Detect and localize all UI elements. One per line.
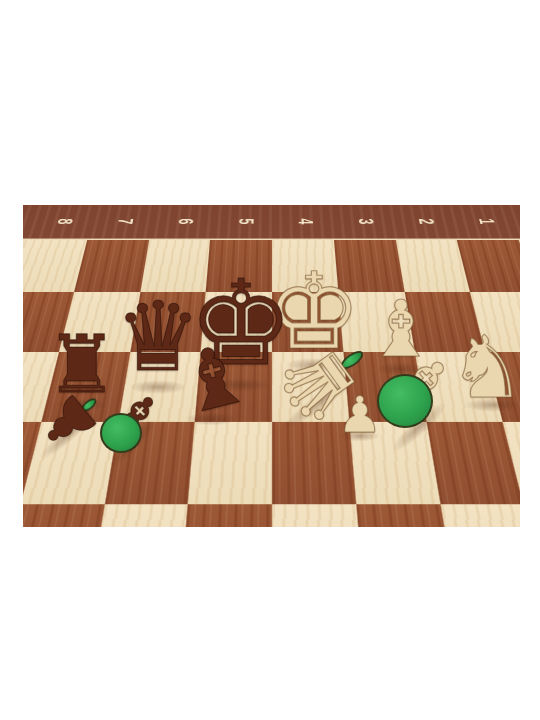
board-photo: 87654321 ♜♛♚♝♟♝♚♝♞♟♛♝	[23, 205, 520, 527]
dark-bishop-fallen-felt-base	[100, 413, 142, 453]
piece-white-pawn: ♟	[338, 390, 383, 440]
white-bishop-fallen-felt-base	[377, 374, 433, 428]
pieces-layer: ♜♛♚♝♟♝♚♝♞♟♛♝	[23, 205, 520, 527]
product-photo-page: 87654321 ♜♛♚♝♟♝♚♝♞♟♛♝	[0, 0, 540, 720]
